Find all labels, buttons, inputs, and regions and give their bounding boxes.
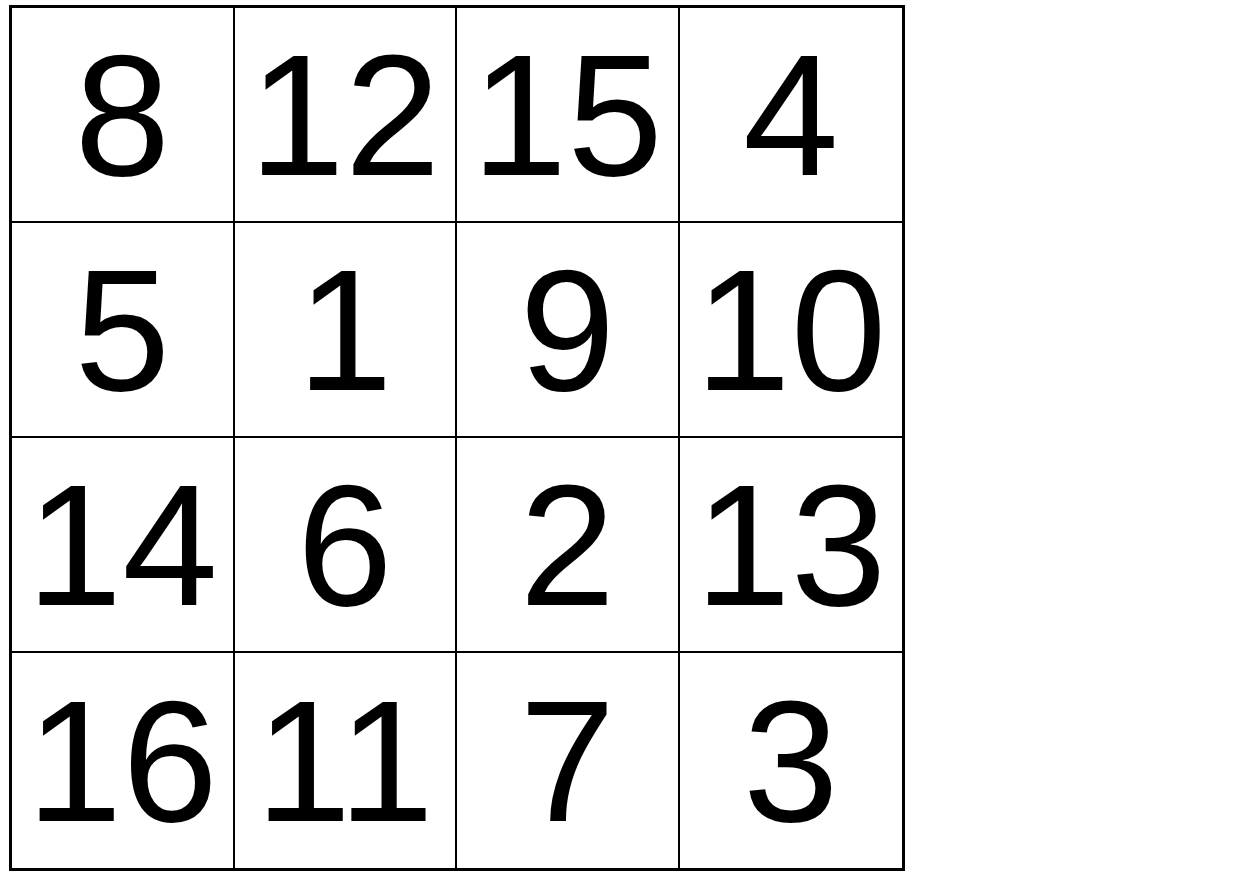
- cell-r1c4[interactable]: 4: [680, 8, 903, 223]
- cell-r1c1[interactable]: 8: [12, 8, 235, 223]
- number-grid-board: 8 12 15 4 5 1 9 10 14 6 2 13 16 11 7 3: [9, 5, 905, 871]
- cell-r3c3[interactable]: 2: [457, 438, 680, 653]
- page-background: 8 12 15 4 5 1 9 10 14 6 2 13 16 11 7 3: [0, 0, 1242, 887]
- cell-r1c2[interactable]: 12: [235, 8, 458, 223]
- cell-r4c2[interactable]: 11: [235, 653, 458, 868]
- cell-r2c4[interactable]: 10: [680, 223, 903, 438]
- cell-r4c4[interactable]: 3: [680, 653, 903, 868]
- cell-r4c3[interactable]: 7: [457, 653, 680, 868]
- cell-r2c1[interactable]: 5: [12, 223, 235, 438]
- cell-r3c4[interactable]: 13: [680, 438, 903, 653]
- cell-r3c1[interactable]: 14: [12, 438, 235, 653]
- cell-r1c3[interactable]: 15: [457, 8, 680, 223]
- cell-r2c2[interactable]: 1: [235, 223, 458, 438]
- cell-r4c1[interactable]: 16: [12, 653, 235, 868]
- cell-r3c2[interactable]: 6: [235, 438, 458, 653]
- cell-r2c3[interactable]: 9: [457, 223, 680, 438]
